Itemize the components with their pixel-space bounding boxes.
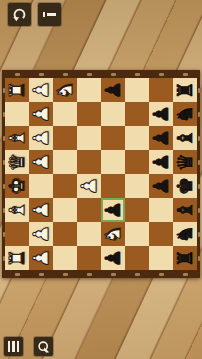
undo-icon — [11, 6, 28, 23]
square-g4[interactable] — [77, 222, 101, 246]
minus-icon — [43, 12, 56, 17]
piece-wP-c2[interactable]: ♟ — [29, 126, 53, 150]
minus-button[interactable] — [38, 3, 61, 26]
piece-wK-e1[interactable]: ♚ — [5, 174, 29, 198]
border-tick — [111, 273, 116, 276]
piece-bP-f5[interactable]: ♟ — [101, 198, 125, 222]
square-e4[interactable]: ♟ — [77, 174, 101, 198]
circular-arrow-icon — [36, 339, 51, 354]
square-f7[interactable] — [149, 198, 173, 222]
piece-bQ-d8[interactable]: ♛ — [173, 150, 197, 174]
piece-wP-f2[interactable]: ♟ — [29, 198, 53, 222]
piece-bP-e7[interactable]: ♟ — [149, 174, 173, 198]
piece-wP-d2[interactable]: ♟ — [29, 150, 53, 174]
piece-bP-c7[interactable]: ♟ — [149, 126, 173, 150]
square-b6[interactable] — [125, 102, 149, 126]
square-g3[interactable] — [53, 222, 77, 246]
square-d3[interactable] — [53, 150, 77, 174]
square-c2[interactable]: ♟ — [29, 126, 53, 150]
square-c6[interactable] — [125, 126, 149, 150]
border-tick — [135, 273, 140, 276]
border-tick — [39, 273, 44, 276]
square-a6[interactable] — [125, 78, 149, 102]
piece-bK-e8[interactable]: ♚ — [173, 174, 197, 198]
border-tick — [3, 136, 5, 141]
chess-app-screen: ♜♟♞♟♜♟♟♞♝♟♟♝♛♟♟♛♚♟♟♚♝♟♟♝♟♞♞♜♟♟♜ — [0, 0, 202, 359]
piece-wP-e4[interactable]: ♟ — [77, 174, 101, 198]
piece-wB-c1[interactable]: ♝ — [5, 126, 29, 150]
square-d7[interactable]: ♟ — [149, 150, 173, 174]
square-e5[interactable] — [101, 174, 125, 198]
piece-bR-h8[interactable]: ♜ — [173, 246, 197, 270]
border-tick — [15, 73, 20, 76]
square-g5[interactable]: ♞ — [101, 222, 125, 246]
border-tick — [87, 73, 92, 76]
piece-wR-a1[interactable]: ♜ — [5, 78, 29, 102]
triple-bars-icon — [8, 341, 20, 352]
piece-bN-g8[interactable]: ♞ — [173, 222, 197, 246]
border-tick — [3, 88, 5, 93]
square-e1[interactable]: ♚ — [5, 174, 29, 198]
square-d6[interactable] — [125, 150, 149, 174]
square-b7[interactable]: ♟ — [149, 102, 173, 126]
square-a8[interactable]: ♜ — [173, 78, 197, 102]
border-tick — [198, 208, 200, 213]
square-f5[interactable]: ♟ — [101, 198, 125, 222]
border-tick — [159, 273, 164, 276]
square-a1[interactable]: ♜ — [5, 78, 29, 102]
square-b8[interactable]: ♞ — [173, 102, 197, 126]
square-g8[interactable]: ♞ — [173, 222, 197, 246]
border-tick — [135, 73, 140, 76]
border-tick — [15, 273, 20, 276]
border-tick — [39, 73, 44, 76]
piece-wB-f1[interactable]: ♝ — [5, 198, 29, 222]
square-a3[interactable]: ♞ — [53, 78, 77, 102]
redo-button[interactable] — [34, 337, 53, 356]
border-tick — [63, 273, 68, 276]
square-h3[interactable] — [53, 246, 77, 270]
square-f2[interactable]: ♟ — [29, 198, 53, 222]
piece-wN-g5[interactable]: ♞ — [101, 222, 125, 246]
square-c8[interactable]: ♝ — [173, 126, 197, 150]
square-e2[interactable] — [29, 174, 53, 198]
square-h6[interactable] — [125, 246, 149, 270]
board-grid: ♜♟♞♟♜♟♟♞♝♟♟♝♛♟♟♛♚♟♟♚♝♟♟♝♟♞♞♜♟♟♜ — [5, 78, 197, 270]
border-tick — [63, 73, 68, 76]
square-b4[interactable] — [77, 102, 101, 126]
piece-bP-b7[interactable]: ♟ — [149, 102, 173, 126]
border-tick — [198, 256, 200, 261]
border-tick — [183, 73, 188, 76]
square-g6[interactable] — [125, 222, 149, 246]
piece-bP-a5[interactable]: ♟ — [101, 78, 125, 102]
square-d5[interactable] — [101, 150, 125, 174]
piece-wP-b2[interactable]: ♟ — [29, 102, 53, 126]
border-tick — [3, 160, 5, 165]
piece-wR-h1[interactable]: ♜ — [5, 246, 29, 270]
square-h5[interactable]: ♟ — [101, 246, 125, 270]
square-h7[interactable] — [149, 246, 173, 270]
square-h2[interactable]: ♟ — [29, 246, 53, 270]
piece-bN-b8[interactable]: ♞ — [173, 102, 197, 126]
piece-wQ-d1[interactable]: ♛ — [5, 150, 29, 174]
square-c7[interactable]: ♟ — [149, 126, 173, 150]
square-b5[interactable] — [101, 102, 125, 126]
square-b1[interactable] — [5, 102, 29, 126]
square-e6[interactable] — [125, 174, 149, 198]
border-tick — [3, 184, 5, 189]
piece-bB-f8[interactable]: ♝ — [173, 198, 197, 222]
square-b2[interactable]: ♟ — [29, 102, 53, 126]
square-e8[interactable]: ♚ — [173, 174, 197, 198]
border-tick — [198, 88, 200, 93]
square-h1[interactable]: ♜ — [5, 246, 29, 270]
square-d1[interactable]: ♛ — [5, 150, 29, 174]
square-f8[interactable]: ♝ — [173, 198, 197, 222]
square-d8[interactable]: ♛ — [173, 150, 197, 174]
square-e7[interactable]: ♟ — [149, 174, 173, 198]
piece-wP-h2[interactable]: ♟ — [29, 246, 53, 270]
square-c5[interactable] — [101, 126, 125, 150]
square-f3[interactable] — [53, 198, 77, 222]
border-tick — [3, 256, 5, 261]
square-g7[interactable] — [149, 222, 173, 246]
border-tick — [87, 273, 92, 276]
square-c3[interactable] — [53, 126, 77, 150]
piece-bR-a8[interactable]: ♜ — [173, 78, 197, 102]
border-tick — [183, 273, 188, 276]
square-h4[interactable] — [77, 246, 101, 270]
piece-wP-g2[interactable]: ♟ — [29, 222, 53, 246]
square-c4[interactable] — [77, 126, 101, 150]
square-a4[interactable] — [77, 78, 101, 102]
square-e3[interactable] — [53, 174, 77, 198]
square-d2[interactable]: ♟ — [29, 150, 53, 174]
move-list-button[interactable] — [4, 337, 23, 356]
square-c1[interactable]: ♝ — [5, 126, 29, 150]
square-b3[interactable] — [53, 102, 77, 126]
border-tick — [3, 208, 5, 213]
piece-bB-c8[interactable]: ♝ — [173, 126, 197, 150]
square-f4[interactable] — [77, 198, 101, 222]
border-tick — [111, 73, 116, 76]
border-tick — [198, 232, 200, 237]
square-a7[interactable] — [149, 78, 173, 102]
border-tick — [198, 184, 200, 189]
border-tick — [3, 112, 5, 117]
square-f1[interactable]: ♝ — [5, 198, 29, 222]
piece-wP-a2[interactable]: ♟ — [29, 78, 53, 102]
square-d4[interactable] — [77, 150, 101, 174]
border-tick — [198, 112, 200, 117]
piece-wN-a3[interactable]: ♞ — [53, 78, 77, 102]
square-a2[interactable]: ♟ — [29, 78, 53, 102]
square-g1[interactable] — [5, 222, 29, 246]
chess-board: ♜♟♞♟♜♟♟♞♝♟♟♝♛♟♟♛♚♟♟♚♝♟♟♝♟♞♞♜♟♟♜ — [2, 70, 200, 278]
square-f6[interactable] — [125, 198, 149, 222]
border-tick — [198, 136, 200, 141]
piece-bP-d7[interactable]: ♟ — [149, 150, 173, 174]
square-h8[interactable]: ♜ — [173, 246, 197, 270]
piece-bP-h5[interactable]: ♟ — [101, 246, 125, 270]
border-tick — [198, 160, 200, 165]
square-a5[interactable]: ♟ — [101, 78, 125, 102]
border-tick — [3, 232, 5, 237]
square-g2[interactable]: ♟ — [29, 222, 53, 246]
border-tick — [159, 73, 164, 76]
undo-button[interactable] — [8, 3, 31, 26]
